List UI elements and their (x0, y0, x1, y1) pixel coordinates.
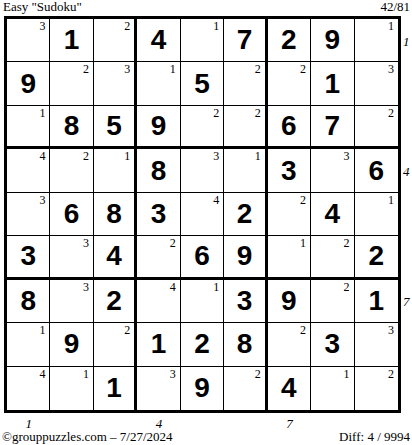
cell-r2c5[interactable]: 5 (181, 62, 224, 105)
pencil-mark: 2 (255, 62, 261, 76)
cell-r9c3[interactable]: 1 (94, 367, 137, 410)
cell-r1c2[interactable]: 1 (50, 19, 93, 62)
pencil-mark: 2 (124, 19, 130, 33)
cell-r7c7[interactable]: 9 (268, 280, 311, 323)
cell-r4c8[interactable]: 3 (311, 149, 354, 192)
cell-r7c8[interactable]: 2 (311, 280, 354, 323)
puzzle-title: Easy "Sudoku" (3, 0, 82, 14)
pencil-mark: 2 (300, 193, 306, 207)
cell-r6c8[interactable]: 2 (311, 236, 354, 279)
cell-digit: 8 (137, 149, 179, 191)
cell-digit: 3 (224, 280, 264, 322)
pencil-mark: 1 (213, 280, 219, 294)
cell-r4c2[interactable]: 2 (50, 149, 93, 192)
pencil-mark: 2 (83, 149, 89, 163)
pencil-mark: 3 (170, 367, 176, 381)
pencil-mark: 1 (124, 149, 130, 163)
cell-digit: 6 (268, 106, 310, 146)
pencil-mark: 3 (344, 149, 350, 163)
pencil-mark: 2 (388, 367, 394, 381)
cell-r6c5[interactable]: 6 (181, 236, 224, 279)
cell-r8c8[interactable]: 3 (311, 323, 354, 366)
pencil-mark: 4 (170, 280, 176, 294)
cell-digit: 1 (94, 367, 134, 410)
cell-r1c5[interactable]: 1 (181, 19, 224, 62)
col-label-7: 7 (286, 417, 293, 430)
cell-r5c4[interactable]: 3 (137, 193, 180, 236)
cell-r1c7[interactable]: 2 (268, 19, 311, 62)
cell-r7c5[interactable]: 1 (181, 280, 224, 323)
cell-r9c9[interactable]: 2 (355, 367, 398, 410)
cell-r4c5[interactable]: 3 (181, 149, 224, 192)
cell-r2c3[interactable]: 3 (94, 62, 137, 105)
cell-r6c3[interactable]: 4 (94, 236, 137, 279)
cell-r9c6[interactable]: 2 (224, 367, 267, 410)
cell-r5c3[interactable]: 8 (94, 193, 137, 236)
cell-digit: 8 (224, 323, 264, 365)
pencil-mark: 1 (388, 19, 394, 33)
cell-r1c6[interactable]: 7 (224, 19, 267, 62)
cell-r3c9[interactable]: 2 (355, 106, 398, 149)
cell-r5c1[interactable]: 3 (7, 193, 50, 236)
cell-digit: 6 (181, 236, 223, 276)
cell-digit: 9 (137, 106, 179, 146)
pencil-mark: 2 (344, 280, 350, 294)
pencil-mark: 3 (388, 62, 394, 76)
cell-r1c8[interactable]: 9 (311, 19, 354, 62)
pencil-mark: 1 (213, 19, 219, 33)
cell-r3c4[interactable]: 9 (137, 106, 180, 149)
pencil-mark: 4 (39, 367, 45, 381)
cell-digit: 3 (7, 236, 49, 276)
cell-r4c9[interactable]: 6 (355, 149, 398, 192)
pencil-mark: 1 (83, 367, 89, 381)
cell-digit: 1 (50, 19, 92, 61)
pencil-mark: 2 (300, 323, 306, 337)
pencil-mark: 3 (83, 236, 89, 250)
cell-r4c6[interactable]: 1 (224, 149, 267, 192)
cell-r8c9[interactable]: 3 (355, 323, 398, 366)
cell-r3c8[interactable]: 7 (311, 106, 354, 149)
cell-digit: 3 (311, 323, 353, 365)
col-label-1: 1 (25, 417, 32, 430)
cell-r5c7[interactable]: 2 (268, 193, 311, 236)
cell-r5c9[interactable]: 1 (355, 193, 398, 236)
pencil-mark: 1 (344, 367, 350, 381)
pencil-mark: 1 (255, 149, 261, 163)
cell-r1c3[interactable]: 2 (94, 19, 137, 62)
cell-r7c4[interactable]: 4 (137, 280, 180, 323)
pencil-mark: 3 (213, 149, 219, 163)
cell-r3c3[interactable]: 5 (94, 106, 137, 149)
cell-digit: 2 (224, 193, 264, 235)
cell-digit: 1 (355, 280, 398, 322)
cell-r2c7[interactable]: 2 (268, 62, 311, 105)
cell-digit: 9 (50, 323, 92, 365)
cell-r8c1[interactable]: 1 (7, 323, 50, 366)
cell-digit: 3 (268, 149, 310, 191)
cell-digit: 8 (7, 280, 49, 322)
cell-r7c9[interactable]: 1 (355, 280, 398, 323)
row-label-4: 4 (403, 165, 410, 178)
cell-r3c1[interactable]: 1 (7, 106, 50, 149)
cell-digit: 6 (50, 193, 92, 235)
cell-r9c8[interactable]: 1 (311, 367, 354, 410)
cell-r3c5[interactable]: 2 (181, 106, 224, 149)
cell-digit: 8 (94, 193, 134, 235)
cell-digit: 1 (137, 323, 179, 365)
row-label-1: 1 (403, 34, 410, 47)
cell-r7c1[interactable]: 8 (7, 280, 50, 323)
cell-r6c4[interactable]: 2 (137, 236, 180, 279)
cell-r5c2[interactable]: 6 (50, 193, 93, 236)
pencil-mark: 2 (344, 236, 350, 250)
cell-r3c6[interactable]: 2 (224, 106, 267, 149)
pencil-mark: 1 (39, 323, 45, 337)
cell-digit: 7 (311, 106, 353, 146)
cell-r8c7[interactable]: 2 (268, 323, 311, 366)
row-label-7: 7 (403, 295, 410, 308)
pencil-mark: 2 (300, 62, 306, 76)
cell-r6c9[interactable]: 2 (355, 236, 398, 279)
pencil-mark: 2 (255, 106, 261, 120)
col-label-4: 4 (156, 417, 163, 430)
cell-r8c2[interactable]: 9 (50, 323, 93, 366)
pencil-mark: 2 (388, 106, 394, 120)
pencil-mark: 1 (300, 236, 306, 250)
cell-digit: 4 (94, 236, 134, 276)
cell-r8c4[interactable]: 1 (137, 323, 180, 366)
cell-digit: 6 (355, 149, 398, 191)
cell-digit: 9 (268, 280, 310, 322)
cell-digit: 5 (181, 62, 223, 104)
cell-digit: 9 (224, 236, 264, 276)
cell-digit: 2 (181, 323, 223, 365)
cell-r2c4[interactable]: 1 (137, 62, 180, 105)
cell-r9c2[interactable]: 1 (50, 367, 93, 410)
cell-r4c1[interactable]: 4 (7, 149, 50, 192)
pencil-mark: 1 (388, 193, 394, 207)
cell-digit: 9 (181, 367, 223, 410)
cell-digit: 7 (224, 19, 264, 61)
cell-r4c3[interactable]: 1 (94, 149, 137, 192)
progress-counter: 42/81 (380, 0, 410, 14)
pencil-mark: 3 (124, 62, 130, 76)
cell-r2c2[interactable]: 2 (50, 62, 93, 105)
cell-r6c6[interactable]: 9 (224, 236, 267, 279)
pencil-mark: 3 (39, 19, 45, 33)
cell-r7c3[interactable]: 2 (94, 280, 137, 323)
cell-digit: 4 (311, 193, 353, 235)
cell-r7c2[interactable]: 3 (50, 280, 93, 323)
difficulty-counter: Diff: 4 / 9994 (339, 430, 410, 444)
cell-r1c4[interactable]: 4 (137, 19, 180, 62)
cell-r9c4[interactable]: 3 (137, 367, 180, 410)
pencil-mark: 3 (388, 323, 394, 337)
cell-r6c7[interactable]: 1 (268, 236, 311, 279)
sudoku-page: Easy "Sudoku" 42/81 31241729192315221318… (0, 0, 412, 445)
pencil-mark: 2 (255, 367, 261, 381)
cell-r5c6[interactable]: 2 (224, 193, 267, 236)
pencil-mark: 2 (83, 62, 89, 76)
pencil-mark: 2 (124, 323, 130, 337)
cell-r6c2[interactable]: 3 (50, 236, 93, 279)
cell-r6c1[interactable]: 3 (7, 236, 50, 279)
cell-r7c6[interactable]: 3 (224, 280, 267, 323)
sudoku-board: 3124172919231522131859226724218313363683… (4, 16, 401, 413)
pencil-mark: 2 (213, 106, 219, 120)
cell-digit: 1 (311, 62, 353, 104)
cell-r4c7[interactable]: 3 (268, 149, 311, 192)
cell-r1c1[interactable]: 3 (7, 19, 50, 62)
cell-r8c5[interactable]: 2 (181, 323, 224, 366)
cell-digit: 2 (94, 280, 134, 322)
cell-r5c8[interactable]: 4 (311, 193, 354, 236)
cell-r3c7[interactable]: 6 (268, 106, 311, 149)
cell-r8c6[interactable]: 8 (224, 323, 267, 366)
pencil-mark: 1 (170, 62, 176, 76)
cell-r4c4[interactable]: 8 (137, 149, 180, 192)
cell-digit: 2 (355, 236, 398, 276)
cell-r2c6[interactable]: 2 (224, 62, 267, 105)
cell-digit: 4 (268, 367, 310, 410)
cell-r2c9[interactable]: 3 (355, 62, 398, 105)
pencil-mark: 3 (39, 193, 45, 207)
cell-r9c5[interactable]: 9 (181, 367, 224, 410)
cell-r1c9[interactable]: 1 (355, 19, 398, 62)
pencil-mark: 4 (39, 149, 45, 163)
cell-digit: 8 (50, 106, 92, 146)
cell-r3c2[interactable]: 8 (50, 106, 93, 149)
pencil-mark: 3 (83, 280, 89, 294)
cell-r9c7[interactable]: 4 (268, 367, 311, 410)
cell-digit: 9 (7, 62, 49, 104)
cell-r9c1[interactable]: 4 (7, 367, 50, 410)
cell-digit: 5 (94, 106, 134, 146)
pencil-mark: 4 (213, 193, 219, 207)
cell-digit: 3 (137, 193, 179, 235)
cell-r8c3[interactable]: 2 (94, 323, 137, 366)
cell-r2c8[interactable]: 1 (311, 62, 354, 105)
cell-digit: 2 (268, 19, 310, 61)
cell-digit: 9 (311, 19, 353, 61)
pencil-mark: 1 (39, 106, 45, 120)
cell-digit: 4 (137, 19, 179, 61)
cell-r2c1[interactable]: 9 (7, 62, 50, 105)
copyright-date: ©grouppuzzles.com – 7/27/2024 (2, 430, 173, 444)
pencil-mark: 2 (170, 236, 176, 250)
cell-r5c5[interactable]: 4 (181, 193, 224, 236)
